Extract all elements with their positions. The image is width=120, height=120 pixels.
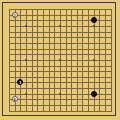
white-stone-B18[interactable]: 2 [12, 12, 18, 18]
grid-line-horizontal [9, 71, 112, 72]
hoshi-point [93, 25, 95, 27]
hoshi-point [25, 93, 27, 95]
grid-line-horizontal [9, 111, 112, 112]
black-stone-Q4[interactable] [91, 91, 97, 97]
grid-line-vertical [82, 9, 83, 112]
grid-line-horizontal [9, 88, 112, 89]
go-board[interactable]: 214 [0, 0, 120, 120]
grid-line-vertical [66, 9, 67, 112]
grid-line-horizontal [9, 105, 112, 106]
hoshi-point [59, 25, 61, 27]
grid-line-horizontal [9, 82, 112, 83]
hoshi-point [59, 93, 61, 95]
black-stone-Q17[interactable] [91, 17, 97, 23]
grid-line-vertical [105, 9, 106, 112]
black-stone-C6[interactable]: 1 [17, 79, 23, 85]
grid-line-horizontal [9, 99, 112, 100]
grid-line-vertical [71, 9, 72, 112]
grid-line-vertical [88, 9, 89, 112]
grid-line-vertical [111, 9, 112, 112]
grid-line-horizontal [9, 66, 112, 67]
hoshi-point [93, 59, 95, 61]
grid-line-horizontal [9, 77, 112, 78]
grid-line-vertical [99, 9, 100, 112]
hoshi-point [25, 59, 27, 61]
white-stone-B3[interactable]: 4 [12, 96, 18, 102]
grid-line-vertical [77, 9, 78, 112]
board-grid: 214 [0, 0, 120, 120]
hoshi-point [25, 25, 27, 27]
hoshi-point [59, 59, 61, 61]
